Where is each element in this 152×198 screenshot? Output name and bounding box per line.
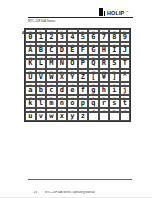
code-label: 42 (39, 43, 42, 46)
char-cell: E (67, 46, 78, 55)
code-label: 6F (71, 96, 74, 99)
code-label: 54 (123, 56, 126, 59)
logo-mark-icon (104, 11, 106, 16)
code-label: 78 (60, 109, 63, 112)
code-label: 7C (102, 109, 105, 112)
code-label: 5A (81, 69, 84, 72)
code-label: 67 (92, 82, 95, 85)
char-cell: q (88, 99, 99, 108)
footer-title-text: MTC-20F16A Series Operating Manual (45, 191, 95, 194)
char-cell: e (67, 86, 78, 95)
code-label: 36 (92, 30, 95, 33)
footer-page-number: - 19 - (32, 182, 46, 198)
code-label: 57 (50, 69, 53, 72)
char-cell: U (25, 73, 36, 82)
code-label: 4D (50, 56, 53, 59)
code-label: 77 (50, 109, 53, 112)
char-cell (109, 112, 120, 121)
char-cell: ¥ (99, 73, 110, 82)
char-cell: o (67, 99, 78, 108)
code-label: 44 (60, 43, 63, 46)
char-cell: 0 (25, 33, 36, 42)
char-cell: L (36, 59, 47, 68)
logo-mark-icon (99, 8, 103, 16)
char-cell: 4 (67, 33, 78, 42)
char-cell: k (25, 99, 36, 108)
char-cell: m (46, 99, 57, 108)
code-label: 50 (81, 56, 84, 59)
code-label: 7E (123, 109, 126, 112)
char-cell: R (99, 59, 110, 68)
code-label: 58 (60, 69, 63, 72)
code-label: 5E (123, 69, 126, 72)
char-cell: D (57, 46, 68, 55)
code-label: 35 (81, 30, 84, 33)
code-label: 65 (71, 82, 74, 85)
header-divider (28, 17, 133, 18)
code-label: 43 (50, 43, 53, 46)
code-label: 7B (92, 109, 95, 112)
char-cell: 5 (78, 33, 89, 42)
footer-title: MTC-20F16A Series Operating Manual (45, 182, 107, 198)
char-cell: Y (67, 73, 78, 82)
footer-divider (28, 179, 132, 180)
code-label: 55 (29, 69, 32, 72)
code-label: 70 (81, 96, 84, 99)
logo-trademark: ™ (126, 10, 129, 13)
char-cell: 2 (46, 33, 57, 42)
code-label: 7D (113, 109, 116, 112)
char-cell: H (99, 46, 110, 55)
char-cell: M (46, 59, 57, 68)
char-cell: g (88, 86, 99, 95)
char-cell: 3 (57, 33, 68, 42)
code-label: 68 (102, 82, 105, 85)
code-label: 7A (81, 109, 84, 112)
char-cell: P (78, 59, 89, 68)
code-label: 4B (29, 56, 32, 59)
code-label: 71 (92, 96, 95, 99)
char-cell: n (57, 99, 68, 108)
lcd-character-table: 3031323334353637383901234567894142434445… (24, 28, 131, 122)
code-label: 5D (113, 69, 116, 72)
code-label: 49 (113, 43, 116, 46)
code-label: 51 (92, 56, 95, 59)
char-cell: v (36, 112, 47, 121)
char-cell: z (78, 112, 89, 121)
char-cell (88, 112, 99, 121)
char-cell: 8 (109, 33, 120, 42)
code-label: 6D (50, 96, 53, 99)
code-label: 41 (29, 43, 32, 46)
code-label: 5C (102, 69, 105, 72)
brand-logo: HOLIP ™ (99, 8, 131, 16)
char-cell: T (120, 59, 131, 68)
code-label: 45 (71, 43, 74, 46)
code-label: 64 (60, 82, 63, 85)
char-cell: j (120, 86, 131, 95)
char-cell: f (78, 86, 89, 95)
char-cell: t (120, 99, 131, 108)
char-cell: S (109, 59, 120, 68)
char-cell: d (57, 86, 68, 95)
code-label: 79 (71, 109, 74, 112)
code-label: 52 (102, 56, 105, 59)
code-label: 48 (102, 43, 105, 46)
char-cell: G (88, 46, 99, 55)
char-cell: h (99, 86, 110, 95)
code-label: 4A (123, 43, 126, 46)
code-label: 56 (39, 69, 42, 72)
code-label: 62 (39, 82, 42, 85)
code-label: 75 (29, 109, 32, 112)
char-cell: A (25, 46, 36, 55)
code-label: 6B (29, 96, 32, 99)
char-cell: K (25, 59, 36, 68)
code-label: 31 (39, 30, 42, 33)
code-label: 66 (81, 82, 84, 85)
code-label: 73 (113, 96, 116, 99)
char-cell: O (67, 59, 78, 68)
char-cell (99, 112, 110, 121)
manual-page: MTC-20F16A Series HOLIP ™ 4.5. LCD Displ… (0, 0, 152, 197)
code-label: 39 (123, 30, 126, 33)
code-label: 69 (113, 82, 116, 85)
char-cell: y (67, 112, 78, 121)
code-label: 63 (50, 82, 53, 85)
char-cell: 6 (88, 33, 99, 42)
char-cell: r (99, 99, 110, 108)
logo-text: HOLIP (107, 11, 124, 16)
code-label: 6C (39, 96, 42, 99)
code-label: 5B (92, 69, 95, 72)
char-cell: l (36, 99, 47, 108)
char-cell: 7 (99, 33, 110, 42)
code-label: 76 (39, 109, 42, 112)
char-cell: 9 (120, 33, 131, 42)
char-cell: I (109, 46, 120, 55)
char-cell: 1 (36, 33, 47, 42)
code-label: 4E (60, 56, 63, 59)
char-cell: c (46, 86, 57, 95)
char-cell: w (46, 112, 57, 121)
code-label: 32 (50, 30, 53, 33)
code-label: 59 (71, 69, 74, 72)
char-cell: [ (88, 73, 99, 82)
code-label: 6E (60, 96, 63, 99)
char-cell: N (57, 59, 68, 68)
char-cell: Q (88, 59, 99, 68)
char-cell: ] (109, 73, 120, 82)
char-cell: W (46, 73, 57, 82)
code-label: 46 (81, 43, 84, 46)
char-cell (120, 112, 131, 121)
code-label: 38 (113, 30, 116, 33)
code-label: 4F (71, 56, 74, 59)
char-cell: i (109, 86, 120, 95)
code-label: 74 (123, 96, 126, 99)
char-cell: b (36, 86, 47, 95)
char-cell: V (36, 73, 47, 82)
char-cell: F (78, 46, 89, 55)
char-cell: J (120, 46, 131, 55)
code-label: 37 (102, 30, 105, 33)
char-cell: B (36, 46, 47, 55)
char-cell: C (46, 46, 57, 55)
char-cell: Z (78, 73, 89, 82)
code-label: 72 (102, 96, 105, 99)
code-label: 33 (60, 30, 63, 33)
code-label: 30 (29, 30, 32, 33)
char-cell: ^ (120, 73, 131, 82)
char-cell: a (25, 86, 36, 95)
char-cell: p (78, 99, 89, 108)
code-label: 34 (71, 30, 74, 33)
char-cell: X (57, 73, 68, 82)
char-cell: s (109, 99, 120, 108)
char-cell: u (25, 112, 36, 121)
code-label: 47 (92, 43, 95, 46)
char-cell: x (57, 112, 68, 121)
code-label: 4C (39, 56, 42, 59)
code-label: 6A (123, 82, 126, 85)
footer-page-number-text: - 19 - (32, 191, 39, 194)
code-label: 61 (29, 82, 32, 85)
code-label: 53 (113, 56, 116, 59)
